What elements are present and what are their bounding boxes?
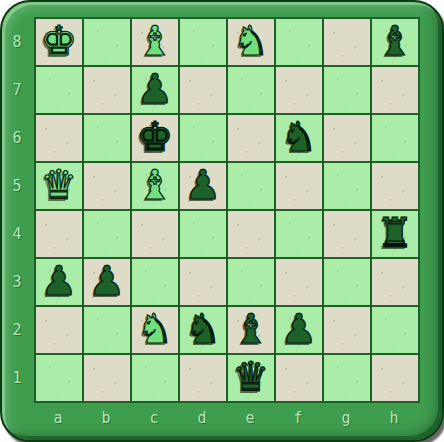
piece-dark-pawn[interactable]: ♟ — [137, 66, 174, 112]
square-c8[interactable]: ♝ — [132, 19, 178, 65]
rank-label-6: 6 — [0, 114, 34, 162]
piece-dark-queen[interactable]: ♛ — [233, 354, 270, 400]
square-d2[interactable]: ♞ — [180, 307, 226, 353]
piece-dark-knight[interactable]: ♞ — [281, 114, 318, 160]
square-g4[interactable] — [324, 211, 370, 257]
square-h7[interactable] — [372, 67, 418, 113]
square-g3[interactable] — [324, 259, 370, 305]
square-f5[interactable] — [276, 163, 322, 209]
file-label-f: f — [274, 402, 322, 434]
square-f8[interactable] — [276, 19, 322, 65]
square-c5[interactable]: ♝ — [132, 163, 178, 209]
square-h2[interactable] — [372, 307, 418, 353]
piece-light-bishop[interactable]: ♝ — [137, 18, 174, 64]
square-a7[interactable] — [36, 67, 82, 113]
rank-label-7: 7 — [0, 66, 34, 114]
piece-light-knight[interactable]: ♞ — [233, 18, 270, 64]
file-label-b: b — [82, 402, 130, 434]
square-b1[interactable] — [84, 355, 130, 401]
square-h6[interactable] — [372, 115, 418, 161]
file-label-e: e — [226, 402, 274, 434]
square-f3[interactable] — [276, 259, 322, 305]
square-b2[interactable] — [84, 307, 130, 353]
file-label-g: g — [322, 402, 370, 434]
square-a4[interactable] — [36, 211, 82, 257]
square-a6[interactable] — [36, 115, 82, 161]
rank-labels: 87654321 — [0, 18, 34, 402]
square-d4[interactable] — [180, 211, 226, 257]
square-g5[interactable] — [324, 163, 370, 209]
square-b4[interactable] — [84, 211, 130, 257]
square-e7[interactable] — [228, 67, 274, 113]
square-e6[interactable] — [228, 115, 274, 161]
square-g2[interactable] — [324, 307, 370, 353]
rank-label-4: 4 — [0, 210, 34, 258]
square-e1[interactable]: ♛ — [228, 355, 274, 401]
rank-label-8: 8 — [0, 18, 34, 66]
piece-light-bishop[interactable]: ♝ — [137, 162, 174, 208]
chess-board: ♚♝♞♝♟♚♞♛♝♟♜♟♟♞♞♝♟♛ — [34, 17, 420, 403]
piece-light-knight[interactable]: ♞ — [137, 306, 174, 352]
square-f1[interactable] — [276, 355, 322, 401]
piece-dark-bishop[interactable]: ♝ — [233, 306, 270, 352]
square-e5[interactable] — [228, 163, 274, 209]
piece-dark-pawn[interactable]: ♟ — [41, 258, 78, 304]
square-a1[interactable] — [36, 355, 82, 401]
square-b6[interactable] — [84, 115, 130, 161]
piece-dark-rook[interactable]: ♜ — [377, 210, 414, 256]
piece-dark-pawn[interactable]: ♟ — [281, 306, 318, 352]
file-label-h: h — [370, 402, 418, 434]
square-b3[interactable]: ♟ — [84, 259, 130, 305]
square-d3[interactable] — [180, 259, 226, 305]
square-b7[interactable] — [84, 67, 130, 113]
piece-dark-pawn[interactable]: ♟ — [185, 162, 222, 208]
square-c4[interactable] — [132, 211, 178, 257]
square-e2[interactable]: ♝ — [228, 307, 274, 353]
file-labels: abcdefgh — [34, 402, 420, 434]
piece-dark-knight[interactable]: ♞ — [185, 306, 222, 352]
square-f2[interactable]: ♟ — [276, 307, 322, 353]
square-e8[interactable]: ♞ — [228, 19, 274, 65]
square-e4[interactable] — [228, 211, 274, 257]
square-c6[interactable]: ♚ — [132, 115, 178, 161]
square-b5[interactable] — [84, 163, 130, 209]
square-d5[interactable]: ♟ — [180, 163, 226, 209]
file-label-a: a — [34, 402, 82, 434]
chess-app-window: 87654321 abcdefgh ♚♝♞♝♟♚♞♛♝♟♜♟♟♞♞♝♟♛ — [0, 0, 444, 442]
square-d7[interactable] — [180, 67, 226, 113]
piece-light-king[interactable]: ♚ — [41, 18, 78, 64]
rank-label-3: 3 — [0, 258, 34, 306]
square-h5[interactable] — [372, 163, 418, 209]
square-d6[interactable] — [180, 115, 226, 161]
square-f7[interactable] — [276, 67, 322, 113]
square-g8[interactable] — [324, 19, 370, 65]
square-c1[interactable] — [132, 355, 178, 401]
square-a3[interactable]: ♟ — [36, 259, 82, 305]
square-c3[interactable] — [132, 259, 178, 305]
piece-dark-bishop[interactable]: ♝ — [377, 18, 414, 64]
square-a2[interactable] — [36, 307, 82, 353]
square-h1[interactable] — [372, 355, 418, 401]
square-g1[interactable] — [324, 355, 370, 401]
square-c7[interactable]: ♟ — [132, 67, 178, 113]
square-h3[interactable] — [372, 259, 418, 305]
square-b8[interactable] — [84, 19, 130, 65]
rank-label-2: 2 — [0, 306, 34, 354]
square-h4[interactable]: ♜ — [372, 211, 418, 257]
square-g7[interactable] — [324, 67, 370, 113]
rank-label-1: 1 — [0, 354, 34, 402]
piece-light-queen[interactable]: ♛ — [41, 162, 78, 208]
square-f4[interactable] — [276, 211, 322, 257]
square-h8[interactable]: ♝ — [372, 19, 418, 65]
file-label-d: d — [178, 402, 226, 434]
piece-dark-king[interactable]: ♚ — [137, 114, 174, 160]
square-g6[interactable] — [324, 115, 370, 161]
square-e3[interactable] — [228, 259, 274, 305]
square-d1[interactable] — [180, 355, 226, 401]
file-label-c: c — [130, 402, 178, 434]
rank-label-5: 5 — [0, 162, 34, 210]
square-a8[interactable]: ♚ — [36, 19, 82, 65]
square-f6[interactable]: ♞ — [276, 115, 322, 161]
square-d8[interactable] — [180, 19, 226, 65]
square-a5[interactable]: ♛ — [36, 163, 82, 209]
piece-dark-pawn[interactable]: ♟ — [89, 258, 126, 304]
square-c2[interactable]: ♞ — [132, 307, 178, 353]
